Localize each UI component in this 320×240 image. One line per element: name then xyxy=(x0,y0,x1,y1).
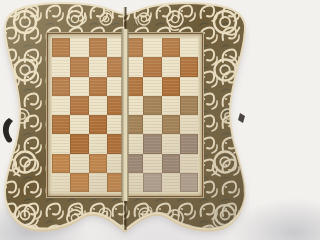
square-a8 xyxy=(52,38,70,57)
square-g4 xyxy=(162,115,180,134)
square-g8 xyxy=(162,38,180,57)
square-g3 xyxy=(162,134,180,153)
square-h8 xyxy=(180,38,198,57)
square-h6 xyxy=(180,77,198,96)
square-b5 xyxy=(70,96,88,115)
photo-scene xyxy=(0,0,250,240)
square-h3 xyxy=(180,134,198,153)
fold-seam xyxy=(122,29,129,201)
square-f2 xyxy=(143,154,161,173)
square-b4 xyxy=(70,115,88,134)
square-a6 xyxy=(52,77,70,96)
square-c1 xyxy=(89,173,107,192)
square-f6 xyxy=(143,77,161,96)
square-c6 xyxy=(89,77,107,96)
square-a2 xyxy=(52,154,70,173)
square-f1 xyxy=(143,173,161,192)
square-h1 xyxy=(180,173,198,192)
square-a7 xyxy=(52,57,70,76)
chessboard-inlay xyxy=(47,33,203,197)
square-g6 xyxy=(162,77,180,96)
square-h7 xyxy=(180,57,198,76)
square-a5 xyxy=(52,96,70,115)
clasp-right xyxy=(238,113,245,123)
square-f4 xyxy=(143,115,161,134)
square-c3 xyxy=(89,134,107,153)
square-a1 xyxy=(52,173,70,192)
square-a4 xyxy=(52,115,70,134)
square-f3 xyxy=(143,134,161,153)
square-g2 xyxy=(162,154,180,173)
square-b3 xyxy=(70,134,88,153)
square-h2 xyxy=(180,154,198,173)
square-f7 xyxy=(143,57,161,76)
square-g5 xyxy=(162,96,180,115)
square-c2 xyxy=(89,154,107,173)
square-c4 xyxy=(89,115,107,134)
square-b6 xyxy=(70,77,88,96)
square-a3 xyxy=(52,134,70,153)
square-c7 xyxy=(89,57,107,76)
square-g1 xyxy=(162,173,180,192)
square-b7 xyxy=(70,57,88,76)
square-g7 xyxy=(162,57,180,76)
square-c8 xyxy=(89,38,107,57)
square-f5 xyxy=(143,96,161,115)
clasp-left xyxy=(3,118,13,143)
square-f8 xyxy=(143,38,161,57)
square-h4 xyxy=(180,115,198,134)
square-c5 xyxy=(89,96,107,115)
square-h5 xyxy=(180,96,198,115)
square-b2 xyxy=(70,154,88,173)
square-b1 xyxy=(70,173,88,192)
square-b8 xyxy=(70,38,88,57)
